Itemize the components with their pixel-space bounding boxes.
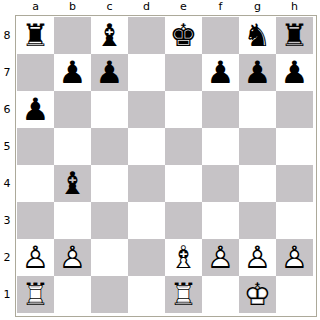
rank-label-7: 7 bbox=[0, 54, 14, 91]
square-f8[interactable] bbox=[202, 17, 239, 54]
square-b2[interactable]: ♟♙ bbox=[54, 239, 91, 276]
square-f6[interactable] bbox=[202, 91, 239, 128]
piece-white-king: ♚♔ bbox=[239, 276, 276, 313]
piece-black-rook: ♜ bbox=[276, 17, 313, 54]
file-label-g: g bbox=[239, 0, 276, 14]
square-a8[interactable]: ♜ bbox=[17, 17, 54, 54]
square-c5[interactable] bbox=[91, 128, 128, 165]
square-h1[interactable] bbox=[276, 276, 313, 313]
square-d1[interactable] bbox=[128, 276, 165, 313]
rank-label-3: 3 bbox=[0, 202, 14, 239]
square-c8[interactable]: ♝ bbox=[91, 17, 128, 54]
rank-label-8: 8 bbox=[0, 17, 14, 54]
rank-labels: 8 7 6 5 4 3 2 1 bbox=[0, 17, 14, 313]
square-a7[interactable] bbox=[17, 54, 54, 91]
piece-black-pawn: ♟ bbox=[276, 54, 313, 91]
square-h2[interactable]: ♟♙ bbox=[276, 239, 313, 276]
file-label-f: f bbox=[202, 0, 239, 14]
square-e6[interactable] bbox=[165, 91, 202, 128]
file-label-e: e bbox=[165, 0, 202, 14]
piece-white-pawn: ♟♙ bbox=[17, 239, 54, 276]
square-a1[interactable]: ♜♖ bbox=[17, 276, 54, 313]
square-c3[interactable] bbox=[91, 202, 128, 239]
piece-white-rook: ♜♖ bbox=[17, 276, 54, 313]
square-f7[interactable]: ♟ bbox=[202, 54, 239, 91]
piece-white-rook: ♜♖ bbox=[165, 276, 202, 313]
piece-white-bishop: ♝♗ bbox=[165, 239, 202, 276]
square-d8[interactable] bbox=[128, 17, 165, 54]
chess-board: ♜♝♚♞♜♟♟♟♟♟♟♝♟♙♟♙♝♗♟♙♟♙♟♙♜♖♜♖♚♔ bbox=[17, 17, 313, 313]
square-g1[interactable]: ♚♔ bbox=[239, 276, 276, 313]
file-label-b: b bbox=[54, 0, 91, 14]
square-h5[interactable] bbox=[276, 128, 313, 165]
piece-black-bishop: ♝ bbox=[91, 17, 128, 54]
piece-black-pawn: ♟ bbox=[91, 54, 128, 91]
square-b8[interactable] bbox=[54, 17, 91, 54]
square-c6[interactable] bbox=[91, 91, 128, 128]
piece-black-pawn: ♟ bbox=[202, 54, 239, 91]
piece-black-pawn: ♟ bbox=[17, 91, 54, 128]
square-b3[interactable] bbox=[54, 202, 91, 239]
rank-label-2: 2 bbox=[0, 239, 14, 276]
square-e7[interactable] bbox=[165, 54, 202, 91]
piece-white-pawn: ♟♙ bbox=[54, 239, 91, 276]
square-g5[interactable] bbox=[239, 128, 276, 165]
rank-label-1: 1 bbox=[0, 276, 14, 313]
piece-white-pawn: ♟♙ bbox=[276, 239, 313, 276]
square-d3[interactable] bbox=[128, 202, 165, 239]
square-c7[interactable]: ♟ bbox=[91, 54, 128, 91]
square-a2[interactable]: ♟♙ bbox=[17, 239, 54, 276]
square-f4[interactable] bbox=[202, 165, 239, 202]
piece-black-pawn: ♟ bbox=[239, 54, 276, 91]
piece-black-rook: ♜ bbox=[17, 17, 54, 54]
square-d6[interactable] bbox=[128, 91, 165, 128]
square-b7[interactable]: ♟ bbox=[54, 54, 91, 91]
rank-label-5: 5 bbox=[0, 128, 14, 165]
square-d2[interactable] bbox=[128, 239, 165, 276]
square-d5[interactable] bbox=[128, 128, 165, 165]
square-e3[interactable] bbox=[165, 202, 202, 239]
file-label-d: d bbox=[128, 0, 165, 14]
square-h7[interactable]: ♟ bbox=[276, 54, 313, 91]
square-a5[interactable] bbox=[17, 128, 54, 165]
square-f2[interactable]: ♟♙ bbox=[202, 239, 239, 276]
square-e1[interactable]: ♜♖ bbox=[165, 276, 202, 313]
square-h6[interactable] bbox=[276, 91, 313, 128]
square-e2[interactable]: ♝♗ bbox=[165, 239, 202, 276]
file-label-h: h bbox=[276, 0, 313, 14]
square-c4[interactable] bbox=[91, 165, 128, 202]
piece-white-pawn: ♟♙ bbox=[239, 239, 276, 276]
square-g7[interactable]: ♟ bbox=[239, 54, 276, 91]
square-h3[interactable] bbox=[276, 202, 313, 239]
square-c1[interactable] bbox=[91, 276, 128, 313]
rank-label-4: 4 bbox=[0, 165, 14, 202]
rank-label-6: 6 bbox=[0, 91, 14, 128]
board-frame: ♜♝♚♞♜♟♟♟♟♟♟♝♟♙♟♙♝♗♟♙♟♙♟♙♜♖♜♖♚♔ bbox=[15, 15, 317, 317]
square-f1[interactable] bbox=[202, 276, 239, 313]
chess-app-window: a b c d e f g h 8 7 6 5 4 3 2 1 ♜♝♚♞♜♟♟♟… bbox=[0, 0, 320, 320]
square-g6[interactable] bbox=[239, 91, 276, 128]
piece-black-knight: ♞ bbox=[239, 17, 276, 54]
square-g3[interactable] bbox=[239, 202, 276, 239]
square-f3[interactable] bbox=[202, 202, 239, 239]
square-b4[interactable]: ♝ bbox=[54, 165, 91, 202]
square-a6[interactable]: ♟ bbox=[17, 91, 54, 128]
square-f5[interactable] bbox=[202, 128, 239, 165]
square-a4[interactable] bbox=[17, 165, 54, 202]
square-d4[interactable] bbox=[128, 165, 165, 202]
square-g8[interactable]: ♞ bbox=[239, 17, 276, 54]
file-label-c: c bbox=[91, 0, 128, 14]
square-e5[interactable] bbox=[165, 128, 202, 165]
square-b1[interactable] bbox=[54, 276, 91, 313]
square-a3[interactable] bbox=[17, 202, 54, 239]
file-label-a: a bbox=[17, 0, 54, 14]
square-h8[interactable]: ♜ bbox=[276, 17, 313, 54]
square-g2[interactable]: ♟♙ bbox=[239, 239, 276, 276]
square-e8[interactable]: ♚ bbox=[165, 17, 202, 54]
square-d7[interactable] bbox=[128, 54, 165, 91]
piece-black-pawn: ♟ bbox=[54, 54, 91, 91]
piece-black-bishop: ♝ bbox=[54, 165, 91, 202]
square-h4[interactable] bbox=[276, 165, 313, 202]
square-b6[interactable] bbox=[54, 91, 91, 128]
piece-white-pawn: ♟♙ bbox=[202, 239, 239, 276]
square-b5[interactable] bbox=[54, 128, 91, 165]
square-c2[interactable] bbox=[91, 239, 128, 276]
piece-black-king: ♚ bbox=[165, 17, 202, 54]
square-g4[interactable] bbox=[239, 165, 276, 202]
file-labels: a b c d e f g h bbox=[17, 0, 313, 14]
square-e4[interactable] bbox=[165, 165, 202, 202]
